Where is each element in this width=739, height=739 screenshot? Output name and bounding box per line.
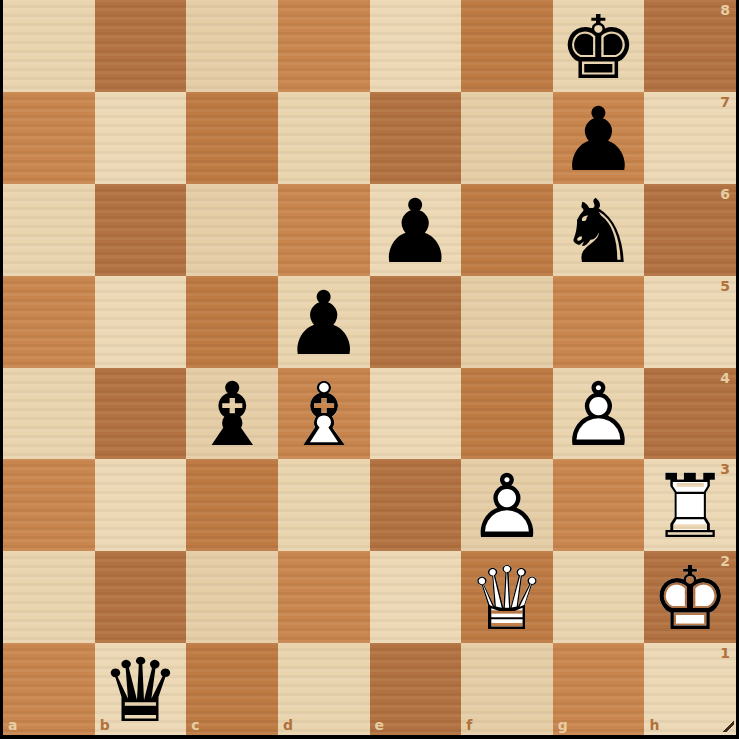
square-c7[interactable] xyxy=(186,92,278,184)
bishop-glyph-outline: ♗ xyxy=(278,370,370,462)
piece-black-pawn-e6[interactable]: ♟ xyxy=(370,184,462,276)
square-g1[interactable]: g xyxy=(553,643,645,735)
square-a7[interactable] xyxy=(3,92,95,184)
square-c8[interactable] xyxy=(186,0,278,92)
square-c4[interactable]: ♝ xyxy=(186,368,278,460)
rank-label-2: 2 xyxy=(720,554,730,568)
file-label-d: d xyxy=(283,718,293,732)
square-g2[interactable] xyxy=(553,551,645,643)
square-f1[interactable]: f xyxy=(461,643,553,735)
square-d4[interactable]: ♝♗ xyxy=(278,368,370,460)
square-f6[interactable] xyxy=(461,184,553,276)
square-h2[interactable]: 2♚♔ xyxy=(644,551,736,643)
square-e4[interactable] xyxy=(370,368,462,460)
square-b5[interactable] xyxy=(95,276,187,368)
piece-black-bishop-c4[interactable]: ♝ xyxy=(186,368,278,460)
file-label-c: c xyxy=(191,718,199,732)
square-g4[interactable]: ♟♙ xyxy=(553,368,645,460)
square-h3[interactable]: 3♜♖ xyxy=(644,459,736,551)
square-d1[interactable]: d xyxy=(278,643,370,735)
square-a4[interactable] xyxy=(3,368,95,460)
square-f7[interactable] xyxy=(461,92,553,184)
file-label-a: a xyxy=(8,718,17,732)
square-a2[interactable] xyxy=(3,551,95,643)
square-b7[interactable] xyxy=(95,92,187,184)
square-h5[interactable]: 5 xyxy=(644,276,736,368)
square-e7[interactable] xyxy=(370,92,462,184)
square-e1[interactable]: e xyxy=(370,643,462,735)
file-label-g: g xyxy=(558,718,568,732)
piece-white-pawn-g4[interactable]: ♟♙ xyxy=(553,368,645,460)
square-c3[interactable] xyxy=(186,459,278,551)
square-e5[interactable] xyxy=(370,276,462,368)
pawn-glyph: ♟ xyxy=(370,186,462,278)
square-d5[interactable]: ♟ xyxy=(278,276,370,368)
square-d6[interactable] xyxy=(278,184,370,276)
square-d7[interactable] xyxy=(278,92,370,184)
pawn-glyph-outline: ♙ xyxy=(553,370,645,462)
square-f5[interactable] xyxy=(461,276,553,368)
pawn-glyph-outline: ♙ xyxy=(461,461,553,553)
square-a8[interactable] xyxy=(3,0,95,92)
square-b3[interactable] xyxy=(95,459,187,551)
square-h6[interactable]: 6 xyxy=(644,184,736,276)
square-h1[interactable]: 1h xyxy=(644,643,736,735)
square-g6[interactable]: ♞ xyxy=(553,184,645,276)
file-label-h: h xyxy=(649,718,659,732)
square-f2[interactable]: ♛♕ xyxy=(461,551,553,643)
rank-label-4: 4 xyxy=(720,371,730,385)
square-h8[interactable]: 8 xyxy=(644,0,736,92)
piece-black-knight-g6[interactable]: ♞ xyxy=(553,184,645,276)
rank-label-1: 1 xyxy=(720,646,730,660)
square-g3[interactable] xyxy=(553,459,645,551)
rank-label-5: 5 xyxy=(720,279,730,293)
square-d8[interactable] xyxy=(278,0,370,92)
rank-label-3: 3 xyxy=(720,462,730,476)
square-a1[interactable]: a xyxy=(3,643,95,735)
square-b2[interactable] xyxy=(95,551,187,643)
piece-black-king-g8[interactable]: ♚ xyxy=(553,0,645,92)
piece-white-queen-f2[interactable]: ♛♕ xyxy=(461,551,553,643)
chess-board-frame: ♚8♟7♟♞6♟5♝♝♗♟♙4♟♙3♜♖♛♕2♚♔ab♛cdefg1h xyxy=(0,0,739,739)
rank-label-7: 7 xyxy=(720,95,730,109)
square-a5[interactable] xyxy=(3,276,95,368)
piece-black-pawn-g7[interactable]: ♟ xyxy=(553,92,645,184)
piece-white-pawn-f3[interactable]: ♟♙ xyxy=(461,459,553,551)
square-f3[interactable]: ♟♙ xyxy=(461,459,553,551)
pawn-glyph: ♟ xyxy=(278,278,370,370)
pawn-glyph: ♟ xyxy=(553,94,645,186)
square-a6[interactable] xyxy=(3,184,95,276)
square-c6[interactable] xyxy=(186,184,278,276)
file-label-e: e xyxy=(375,718,385,732)
piece-white-bishop-d4[interactable]: ♝♗ xyxy=(278,368,370,460)
square-g7[interactable]: ♟ xyxy=(553,92,645,184)
square-a3[interactable] xyxy=(3,459,95,551)
file-label-b: b xyxy=(100,718,110,732)
square-g8[interactable]: ♚ xyxy=(553,0,645,92)
chess-board: ♚8♟7♟♞6♟5♝♝♗♟♙4♟♙3♜♖♛♕2♚♔ab♛cdefg1h xyxy=(3,0,736,735)
square-b4[interactable] xyxy=(95,368,187,460)
square-h7[interactable]: 7 xyxy=(644,92,736,184)
square-d2[interactable] xyxy=(278,551,370,643)
square-e3[interactable] xyxy=(370,459,462,551)
square-e8[interactable] xyxy=(370,0,462,92)
square-g5[interactable] xyxy=(553,276,645,368)
square-b6[interactable] xyxy=(95,184,187,276)
queen-glyph-outline: ♕ xyxy=(461,553,553,645)
file-label-f: f xyxy=(466,718,472,732)
square-b1[interactable]: b♛ xyxy=(95,643,187,735)
square-e2[interactable] xyxy=(370,551,462,643)
king-glyph: ♚ xyxy=(553,2,645,94)
piece-black-pawn-d5[interactable]: ♟ xyxy=(278,276,370,368)
knight-glyph: ♞ xyxy=(553,186,645,278)
bishop-glyph: ♝ xyxy=(186,370,278,462)
rank-label-8: 8 xyxy=(720,3,730,17)
square-c1[interactable]: c xyxy=(186,643,278,735)
square-h4[interactable]: 4 xyxy=(644,368,736,460)
square-c2[interactable] xyxy=(186,551,278,643)
square-e6[interactable]: ♟ xyxy=(370,184,462,276)
square-f8[interactable] xyxy=(461,0,553,92)
square-c5[interactable] xyxy=(186,276,278,368)
rank-label-6: 6 xyxy=(720,187,730,201)
square-f4[interactable] xyxy=(461,368,553,460)
square-d3[interactable] xyxy=(278,459,370,551)
square-b8[interactable] xyxy=(95,0,187,92)
